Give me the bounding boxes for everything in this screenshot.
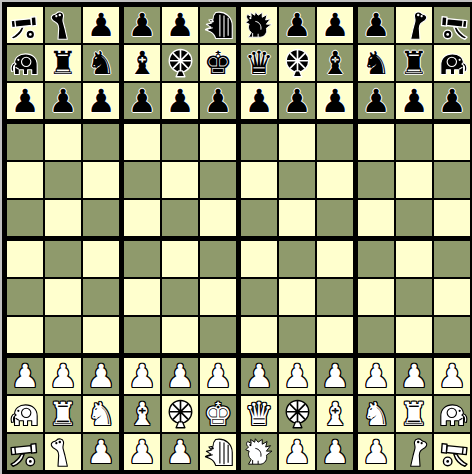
square-b8[interactable]	[45, 162, 83, 200]
square-h4[interactable]	[279, 317, 317, 358]
piece-black-pawn[interactable]: ♟	[283, 7, 312, 43]
piece-black-pawn[interactable]: ♟	[87, 83, 116, 119]
piece-black-gryphon[interactable]	[243, 9, 276, 42]
square-f9[interactable]	[200, 124, 241, 162]
square-g9[interactable]	[241, 124, 279, 162]
square-l7[interactable]	[434, 200, 470, 241]
piece-white-pawn[interactable]: ♟	[283, 358, 312, 394]
piece-black-pawn[interactable]: ♟	[87, 7, 116, 43]
piece-black-pawn[interactable]: ♟	[128, 7, 157, 43]
square-e8[interactable]	[162, 162, 200, 200]
square-i3[interactable]: ♟	[317, 358, 358, 396]
piece-black-pawn[interactable]: ♟	[321, 83, 350, 119]
square-g11[interactable]: ♛	[241, 45, 279, 83]
piece-black-knight[interactable]: ♞	[362, 45, 391, 81]
square-a12[interactable]	[7, 7, 45, 45]
piece-black-machine[interactable]	[164, 47, 197, 80]
piece-white-rook[interactable]: ♜	[49, 396, 78, 432]
square-b11[interactable]: ♜	[45, 45, 83, 83]
square-d12[interactable]: ♟	[124, 7, 162, 45]
square-c4[interactable]	[83, 317, 124, 358]
square-g6[interactable]	[241, 241, 279, 279]
square-a3[interactable]: ♟	[7, 358, 45, 396]
piece-white-pawn[interactable]: ♟	[128, 434, 157, 470]
square-j7[interactable]	[358, 200, 396, 241]
square-h1[interactable]: ♟	[279, 434, 317, 470]
piece-white-cannon[interactable]	[436, 436, 469, 469]
square-b3[interactable]: ♟	[45, 358, 83, 396]
piece-white-king[interactable]: ♚	[204, 396, 233, 432]
square-k11[interactable]: ♜	[396, 45, 434, 83]
square-e10[interactable]: ♟	[162, 83, 200, 124]
square-e6[interactable]	[162, 241, 200, 279]
square-d6[interactable]	[124, 241, 162, 279]
piece-black-rook[interactable]: ♜	[49, 45, 78, 81]
square-c9[interactable]	[83, 124, 124, 162]
square-l10[interactable]: ♟	[434, 83, 470, 124]
square-j6[interactable]	[358, 241, 396, 279]
piece-white-pawn[interactable]: ♟	[87, 434, 116, 470]
square-a2[interactable]	[7, 396, 45, 434]
square-h11[interactable]	[279, 45, 317, 83]
square-c1[interactable]: ♟	[83, 434, 124, 470]
piece-black-king[interactable]: ♚	[204, 45, 233, 81]
piece-black-queen[interactable]: ♛	[245, 45, 274, 81]
square-a10[interactable]: ♟	[7, 83, 45, 124]
square-e9[interactable]	[162, 124, 200, 162]
square-i6[interactable]	[317, 241, 358, 279]
piece-black-cannon[interactable]	[436, 9, 469, 42]
piece-black-cannon[interactable]	[9, 9, 42, 42]
piece-white-pawn[interactable]: ♟	[204, 358, 233, 394]
square-g1[interactable]	[241, 434, 279, 470]
square-i8[interactable]	[317, 162, 358, 200]
square-d9[interactable]	[124, 124, 162, 162]
square-d10[interactable]: ♟	[124, 83, 162, 124]
square-c10[interactable]: ♟	[83, 83, 124, 124]
piece-black-pawn[interactable]: ♟	[283, 83, 312, 119]
piece-white-pawn[interactable]: ♟	[362, 434, 391, 470]
piece-black-bishop[interactable]: ♝	[321, 45, 350, 81]
piece-white-camel[interactable]	[398, 436, 431, 469]
piece-white-pawn[interactable]: ♟	[166, 434, 195, 470]
piece-white-machine[interactable]	[164, 398, 197, 431]
square-d11[interactable]: ♝	[124, 45, 162, 83]
square-f4[interactable]	[200, 317, 241, 358]
piece-black-pawn[interactable]: ♟	[204, 83, 233, 119]
square-l4[interactable]	[434, 317, 470, 358]
square-h10[interactable]: ♟	[279, 83, 317, 124]
square-k7[interactable]	[396, 200, 434, 241]
square-j9[interactable]	[358, 124, 396, 162]
piece-black-elephant[interactable]	[9, 47, 42, 80]
square-d7[interactable]	[124, 200, 162, 241]
square-b2[interactable]: ♜	[45, 396, 83, 434]
square-g12[interactable]	[241, 7, 279, 45]
piece-white-knight[interactable]: ♞	[87, 396, 116, 432]
square-j10[interactable]: ♟	[358, 83, 396, 124]
square-e11[interactable]	[162, 45, 200, 83]
square-c12[interactable]: ♟	[83, 7, 124, 45]
square-f8[interactable]	[200, 162, 241, 200]
square-d5[interactable]	[124, 279, 162, 317]
square-l5[interactable]	[434, 279, 470, 317]
square-i7[interactable]	[317, 200, 358, 241]
piece-white-pawn[interactable]: ♟	[166, 358, 195, 394]
square-j1[interactable]: ♟	[358, 434, 396, 470]
piece-white-machine[interactable]	[281, 398, 314, 431]
piece-black-knight[interactable]: ♞	[87, 45, 116, 81]
piece-white-pawn[interactable]: ♟	[400, 358, 429, 394]
square-f7[interactable]	[200, 200, 241, 241]
piece-black-camel[interactable]	[398, 9, 431, 42]
square-i9[interactable]	[317, 124, 358, 162]
square-h12[interactable]: ♟	[279, 7, 317, 45]
square-g8[interactable]	[241, 162, 279, 200]
square-i12[interactable]: ♟	[317, 7, 358, 45]
square-f1[interactable]	[200, 434, 241, 470]
square-f5[interactable]	[200, 279, 241, 317]
square-b1[interactable]	[45, 434, 83, 470]
piece-white-pawn[interactable]: ♟	[11, 358, 40, 394]
square-i10[interactable]: ♟	[317, 83, 358, 124]
piece-white-camel[interactable]	[47, 436, 80, 469]
square-h5[interactable]	[279, 279, 317, 317]
square-g2[interactable]: ♛	[241, 396, 279, 434]
square-a8[interactable]	[7, 162, 45, 200]
square-l12[interactable]	[434, 7, 470, 45]
square-a9[interactable]	[7, 124, 45, 162]
square-i11[interactable]: ♝	[317, 45, 358, 83]
game-board: ♟♟♟ ♟♟♟ ♜♞♝ ♚♛ ♝♞♜ ♟♟♟♟♟♟♟♟♟♟♟♟♟♟♟♟	[2, 2, 472, 474]
square-i1[interactable]: ♟	[317, 434, 358, 470]
square-j11[interactable]: ♞	[358, 45, 396, 83]
piece-black-pawn[interactable]: ♟	[362, 7, 391, 43]
piece-black-pawn[interactable]: ♟	[321, 7, 350, 43]
square-j2[interactable]: ♞	[358, 396, 396, 434]
square-k3[interactable]: ♟	[396, 358, 434, 396]
square-c3[interactable]: ♟	[83, 358, 124, 396]
square-k1[interactable]	[396, 434, 434, 470]
square-b10[interactable]: ♟	[45, 83, 83, 124]
square-l1[interactable]	[434, 434, 470, 470]
square-h9[interactable]	[279, 124, 317, 162]
square-k5[interactable]	[396, 279, 434, 317]
piece-black-bishop[interactable]: ♝	[128, 45, 157, 81]
square-i2[interactable]: ♝	[317, 396, 358, 434]
square-k10[interactable]: ♟	[396, 83, 434, 124]
piece-white-pawn[interactable]: ♟	[87, 358, 116, 394]
square-d1[interactable]: ♟	[124, 434, 162, 470]
piece-black-pawn[interactable]: ♟	[362, 83, 391, 119]
square-h3[interactable]: ♟	[279, 358, 317, 396]
square-c8[interactable]	[83, 162, 124, 200]
piece-black-rook[interactable]: ♜	[400, 45, 429, 81]
square-b9[interactable]	[45, 124, 83, 162]
square-g3[interactable]: ♟	[241, 358, 279, 396]
square-c6[interactable]	[83, 241, 124, 279]
square-l2[interactable]	[434, 396, 470, 434]
square-l9[interactable]	[434, 124, 470, 162]
square-e5[interactable]	[162, 279, 200, 317]
square-g10[interactable]: ♟	[241, 83, 279, 124]
piece-white-lion[interactable]	[202, 436, 235, 469]
square-h7[interactable]	[279, 200, 317, 241]
square-j3[interactable]: ♟	[358, 358, 396, 396]
piece-white-pawn[interactable]: ♟	[321, 434, 350, 470]
square-g7[interactable]	[241, 200, 279, 241]
square-b5[interactable]	[45, 279, 83, 317]
square-h2[interactable]	[279, 396, 317, 434]
square-k8[interactable]	[396, 162, 434, 200]
board-frame: ♟♟♟ ♟♟♟ ♜♞♝ ♚♛ ♝♞♜ ♟♟♟♟♟♟♟♟♟♟♟♟♟♟♟♟	[0, 0, 472, 474]
square-b6[interactable]	[45, 241, 83, 279]
piece-black-pawn[interactable]: ♟	[128, 83, 157, 119]
square-k4[interactable]	[396, 317, 434, 358]
square-a6[interactable]	[7, 241, 45, 279]
square-g4[interactable]	[241, 317, 279, 358]
square-e3[interactable]: ♟	[162, 358, 200, 396]
piece-black-pawn[interactable]: ♟	[166, 83, 195, 119]
piece-white-cannon[interactable]	[9, 436, 42, 469]
square-c7[interactable]	[83, 200, 124, 241]
square-l11[interactable]	[434, 45, 470, 83]
piece-white-pawn[interactable]: ♟	[283, 434, 312, 470]
square-f6[interactable]	[200, 241, 241, 279]
square-j8[interactable]	[358, 162, 396, 200]
piece-black-pawn[interactable]: ♟	[400, 83, 429, 119]
square-f11[interactable]: ♚	[200, 45, 241, 83]
square-j12[interactable]: ♟	[358, 7, 396, 45]
square-k12[interactable]	[396, 7, 434, 45]
square-e1[interactable]: ♟	[162, 434, 200, 470]
piece-white-elephant[interactable]	[436, 398, 469, 431]
square-d2[interactable]: ♝	[124, 396, 162, 434]
square-c2[interactable]: ♞	[83, 396, 124, 434]
square-e12[interactable]: ♟	[162, 7, 200, 45]
square-b7[interactable]	[45, 200, 83, 241]
piece-white-rook[interactable]: ♜	[400, 396, 429, 432]
square-h6[interactable]	[279, 241, 317, 279]
square-d3[interactable]: ♟	[124, 358, 162, 396]
piece-white-pawn[interactable]: ♟	[362, 358, 391, 394]
square-a4[interactable]	[7, 317, 45, 358]
square-i5[interactable]	[317, 279, 358, 317]
square-e4[interactable]	[162, 317, 200, 358]
piece-white-knight[interactable]: ♞	[362, 396, 391, 432]
square-j4[interactable]	[358, 317, 396, 358]
square-h8[interactable]	[279, 162, 317, 200]
square-d8[interactable]	[124, 162, 162, 200]
square-k6[interactable]	[396, 241, 434, 279]
piece-black-pawn[interactable]: ♟	[11, 83, 40, 119]
piece-white-elephant[interactable]	[9, 398, 42, 431]
square-c11[interactable]: ♞	[83, 45, 124, 83]
piece-white-queen[interactable]: ♛	[245, 396, 274, 432]
square-e7[interactable]	[162, 200, 200, 241]
piece-white-bishop[interactable]: ♝	[128, 396, 157, 432]
piece-black-pawn[interactable]: ♟	[49, 83, 78, 119]
piece-white-pawn[interactable]: ♟	[438, 358, 467, 394]
square-l6[interactable]	[434, 241, 470, 279]
square-l8[interactable]	[434, 162, 470, 200]
piece-white-bishop[interactable]: ♝	[321, 396, 350, 432]
piece-black-pawn[interactable]: ♟	[245, 83, 274, 119]
piece-black-lion[interactable]	[202, 9, 235, 42]
piece-black-pawn[interactable]: ♟	[438, 83, 467, 119]
square-a11[interactable]	[7, 45, 45, 83]
square-d4[interactable]	[124, 317, 162, 358]
piece-black-machine[interactable]	[281, 47, 314, 80]
square-f12[interactable]	[200, 7, 241, 45]
piece-white-gryphon[interactable]	[243, 436, 276, 469]
square-a1[interactable]	[7, 434, 45, 470]
piece-black-camel[interactable]	[47, 9, 80, 42]
square-g5[interactable]	[241, 279, 279, 317]
piece-white-pawn[interactable]: ♟	[128, 358, 157, 394]
piece-white-pawn[interactable]: ♟	[49, 358, 78, 394]
square-f3[interactable]: ♟	[200, 358, 241, 396]
square-e2[interactable]	[162, 396, 200, 434]
square-b12[interactable]	[45, 7, 83, 45]
piece-black-pawn[interactable]: ♟	[166, 7, 195, 43]
square-f2[interactable]: ♚	[200, 396, 241, 434]
square-f10[interactable]: ♟	[200, 83, 241, 124]
piece-black-elephant[interactable]	[436, 47, 469, 80]
square-a5[interactable]	[7, 279, 45, 317]
piece-white-pawn[interactable]: ♟	[245, 358, 274, 394]
piece-white-pawn[interactable]: ♟	[321, 358, 350, 394]
square-i4[interactable]	[317, 317, 358, 358]
square-c5[interactable]	[83, 279, 124, 317]
square-k2[interactable]: ♜	[396, 396, 434, 434]
square-b4[interactable]	[45, 317, 83, 358]
square-j5[interactable]	[358, 279, 396, 317]
square-a7[interactable]	[7, 200, 45, 241]
square-k9[interactable]	[396, 124, 434, 162]
square-l3[interactable]: ♟	[434, 358, 470, 396]
